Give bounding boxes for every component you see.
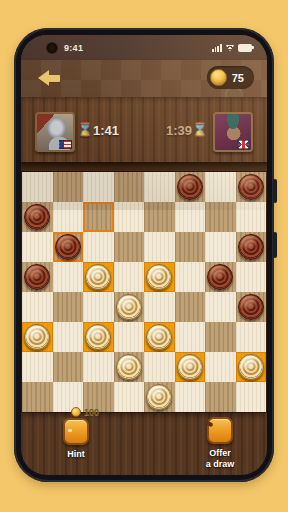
checker-white-man[interactable] (24, 324, 50, 350)
square-r7c3[interactable] (83, 352, 114, 382)
checker-red-man[interactable] (238, 174, 264, 200)
square-r2c1[interactable] (22, 202, 53, 232)
square-r4c7[interactable] (205, 262, 236, 292)
square-r7c8[interactable] (236, 352, 267, 382)
square-r8c4[interactable] (114, 382, 145, 412)
square-r3c6[interactable] (175, 232, 206, 262)
checker-red-man[interactable] (207, 264, 233, 290)
square-r6c8[interactable] (236, 322, 267, 352)
square-r8c7[interactable] (205, 382, 236, 412)
square-r7c5[interactable] (144, 352, 175, 382)
player-right-avatar[interactable] (213, 112, 253, 152)
square-r2c4[interactable] (114, 202, 145, 232)
hourglass-icon-left: ⌛ (77, 122, 93, 137)
hint-cost: 100 (84, 407, 99, 417)
square-r5c2[interactable] (53, 292, 84, 322)
board-top-edge (21, 162, 267, 172)
square-r1c4[interactable] (114, 172, 145, 202)
hourglass-icon-right: ⌛ (192, 122, 208, 137)
checker-white-man[interactable] (146, 384, 172, 410)
square-r4c3[interactable] (83, 262, 114, 292)
square-r1c1[interactable] (22, 172, 53, 202)
volume-button (273, 179, 277, 203)
square-r1c5[interactable] (144, 172, 175, 202)
player-left-avatar[interactable] (35, 112, 75, 152)
wifi-icon (225, 44, 235, 52)
offer-draw-label: Offer a draw (195, 448, 245, 469)
coin-icon (210, 69, 227, 86)
signal-icon (212, 44, 222, 52)
square-r8c5[interactable] (144, 382, 175, 412)
square-r2c8[interactable] (236, 202, 267, 232)
square-r5c8[interactable] (236, 292, 267, 322)
back-arrow-icon[interactable] (38, 70, 62, 86)
square-r2c5[interactable] (144, 202, 175, 232)
checker-white-man[interactable] (85, 264, 111, 290)
checker-red-man[interactable] (238, 234, 264, 260)
player-right-timer: 1:39 (166, 123, 192, 138)
square-r2c7[interactable] (205, 202, 236, 232)
square-r7c1[interactable] (22, 352, 53, 382)
power-button (273, 232, 277, 258)
square-r3c8[interactable] (236, 232, 267, 262)
square-r1c7[interactable] (205, 172, 236, 202)
square-r2c6[interactable] (175, 202, 206, 232)
checker-white-man[interactable] (146, 324, 172, 350)
checker-red-man[interactable] (24, 264, 50, 290)
coin-balance[interactable]: 75 (207, 66, 254, 89)
square-r3c4[interactable] (114, 232, 145, 262)
board (22, 172, 266, 412)
square-r5c1[interactable] (22, 292, 53, 322)
square-r6c4[interactable] (114, 322, 145, 352)
square-r6c6[interactable] (175, 322, 206, 352)
app-screen: 9:41 75 ⌛ 1:41 1:39 ⌛ 1 (21, 35, 267, 475)
square-r5c7[interactable] (205, 292, 236, 322)
checker-red-man[interactable] (177, 174, 203, 200)
status-icons (212, 44, 252, 52)
square-r4c5[interactable] (144, 262, 175, 292)
square-r5c6[interactable] (175, 292, 206, 322)
phone-frame: 9:41 75 ⌛ 1:41 1:39 ⌛ 1 (14, 28, 274, 482)
square-r8c6[interactable] (175, 382, 206, 412)
usa-flag-icon (59, 140, 72, 149)
checker-white-man[interactable] (238, 354, 264, 380)
coin-amount: 75 (232, 72, 244, 84)
game-header: 75 (21, 60, 267, 97)
square-r8c8[interactable] (236, 382, 267, 412)
checker-white-man[interactable] (177, 354, 203, 380)
battery-icon (238, 44, 252, 52)
checker-white-man[interactable] (146, 264, 172, 290)
square-r4c4[interactable] (114, 262, 145, 292)
square-r7c7[interactable] (205, 352, 236, 382)
square-r4c6[interactable] (175, 262, 206, 292)
square-r1c6[interactable] (175, 172, 206, 202)
player-left-timer: 1:41 (93, 123, 119, 138)
square-r6c7[interactable] (205, 322, 236, 352)
square-r4c2[interactable] (53, 262, 84, 292)
square-r1c8[interactable] (236, 172, 267, 202)
uk-flag-icon (237, 140, 250, 149)
square-r6c5[interactable] (144, 322, 175, 352)
coin-icon (71, 407, 81, 417)
square-r6c2[interactable] (53, 322, 84, 352)
checker-red-man[interactable] (55, 234, 81, 260)
square-r3c2[interactable] (53, 232, 84, 262)
status-bar: 9:41 (21, 35, 267, 60)
square-r3c5[interactable] (144, 232, 175, 262)
offer-draw-button[interactable] (207, 417, 233, 444)
clock-time: 9:41 (64, 43, 83, 53)
square-r8c1[interactable] (22, 382, 53, 412)
square-r1c2[interactable] (53, 172, 84, 202)
hint-label: Hint (51, 449, 101, 460)
checker-red-man[interactable] (238, 294, 264, 320)
square-r4c8[interactable] (236, 262, 267, 292)
square-r6c3[interactable] (83, 322, 114, 352)
checker-white-man[interactable] (85, 324, 111, 350)
square-r5c5[interactable] (144, 292, 175, 322)
square-r3c3[interactable] (83, 232, 114, 262)
hint-cost-badge: 100 (71, 407, 99, 417)
square-r1c3[interactable] (83, 172, 114, 202)
square-r2c2[interactable] (53, 202, 84, 232)
checker-red-man[interactable] (24, 204, 50, 230)
square-r2c3[interactable] (83, 202, 114, 232)
square-r7c4[interactable] (114, 352, 145, 382)
square-r6c1[interactable] (22, 322, 53, 352)
square-r4c1[interactable] (22, 262, 53, 292)
square-r3c7[interactable] (205, 232, 236, 262)
square-r7c6[interactable] (175, 352, 206, 382)
checker-white-man[interactable] (116, 354, 142, 380)
square-r5c3[interactable] (83, 292, 114, 322)
checker-white-man[interactable] (116, 294, 142, 320)
square-r7c2[interactable] (53, 352, 84, 382)
square-r3c1[interactable] (22, 232, 53, 262)
camera-punch-hole (47, 43, 57, 53)
square-r5c4[interactable] (114, 292, 145, 322)
hint-button[interactable] (63, 418, 89, 445)
